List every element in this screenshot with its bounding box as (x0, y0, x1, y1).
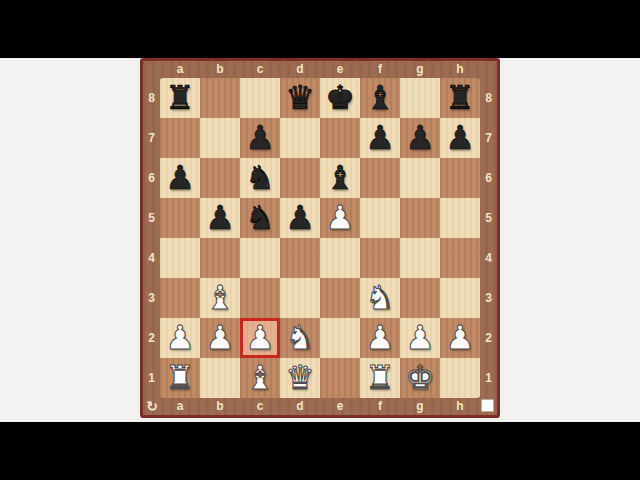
file-label-bottom-e: e (320, 398, 360, 415)
square-h8[interactable]: ♜ (440, 78, 480, 118)
black-bishop-f8[interactable]: ♝ (360, 78, 400, 118)
white-knight-d2[interactable]: ♞ (280, 318, 320, 358)
square-b1[interactable] (200, 358, 240, 398)
square-a8[interactable]: ♜ (160, 78, 200, 118)
square-c5[interactable]: ♞ (240, 198, 280, 238)
file-label-bottom-a: a (160, 398, 200, 415)
square-f7[interactable]: ♟ (360, 118, 400, 158)
white-pawn-f2[interactable]: ♟ (360, 318, 400, 358)
square-f2[interactable]: ♟ (360, 318, 400, 358)
black-pawn-c7[interactable]: ♟ (240, 118, 280, 158)
rank-label-right-3: 3 (480, 278, 497, 318)
white-bishop-b3[interactable]: ♝ (200, 278, 240, 318)
file-label-top-b: b (200, 61, 240, 78)
square-g5[interactable] (400, 198, 440, 238)
square-g1[interactable]: ♚ (400, 358, 440, 398)
board-squares: ♜♛♚♝♜♟♟♟♟♟♞♝♟♞♟♟♝♞♟♟♟♞♟♟♟♜♝♛♜♚ (160, 78, 480, 398)
black-pawn-a6[interactable]: ♟ (160, 158, 200, 198)
square-e1[interactable] (320, 358, 360, 398)
rank-label-left-8: 8 (143, 78, 160, 118)
white-rook-f1[interactable]: ♜ (360, 358, 400, 398)
square-c4[interactable] (240, 238, 280, 278)
square-g6[interactable] (400, 158, 440, 198)
rank-label-right-7: 7 (480, 118, 497, 158)
square-a4[interactable] (160, 238, 200, 278)
square-d5[interactable]: ♟ (280, 198, 320, 238)
black-knight-c5[interactable]: ♞ (240, 198, 280, 238)
black-rook-h8[interactable]: ♜ (440, 78, 480, 118)
square-e2[interactable] (320, 318, 360, 358)
file-label-top-f: f (360, 61, 400, 78)
square-e4[interactable] (320, 238, 360, 278)
square-b6[interactable] (200, 158, 240, 198)
rank-label-left-2: 2 (143, 318, 160, 358)
square-a5[interactable] (160, 198, 200, 238)
white-rook-a1[interactable]: ♜ (160, 358, 200, 398)
square-f8[interactable]: ♝ (360, 78, 400, 118)
square-g3[interactable] (400, 278, 440, 318)
square-e6[interactable]: ♝ (320, 158, 360, 198)
white-king-g1[interactable]: ♚ (400, 358, 440, 398)
file-label-top-e: e (320, 61, 360, 78)
square-f4[interactable] (360, 238, 400, 278)
square-d8[interactable]: ♛ (280, 78, 320, 118)
square-b3[interactable]: ♝ (200, 278, 240, 318)
file-label-bottom-b: b (200, 398, 240, 415)
black-queen-d8[interactable]: ♛ (280, 78, 320, 118)
black-pawn-g7[interactable]: ♟ (400, 118, 440, 158)
flip-board-icon[interactable]: ↻ (144, 398, 160, 415)
square-h1[interactable] (440, 358, 480, 398)
square-a3[interactable] (160, 278, 200, 318)
rank-label-right-2: 2 (480, 318, 497, 358)
square-h3[interactable] (440, 278, 480, 318)
black-pawn-f7[interactable]: ♟ (360, 118, 400, 158)
rank-label-left-7: 7 (143, 118, 160, 158)
white-pawn-a2[interactable]: ♟ (160, 318, 200, 358)
rank-label-right-1: 1 (480, 358, 497, 398)
file-label-bottom-h: h (440, 398, 480, 415)
rank-label-left-1: 1 (143, 358, 160, 398)
rank-labels-left: 87654321 (143, 78, 160, 398)
file-label-bottom-f: f (360, 398, 400, 415)
rank-label-left-6: 6 (143, 158, 160, 198)
square-d2[interactable]: ♞ (280, 318, 320, 358)
square-b4[interactable] (200, 238, 240, 278)
square-h4[interactable] (440, 238, 480, 278)
rank-label-right-4: 4 (480, 238, 497, 278)
square-c8[interactable] (240, 78, 280, 118)
black-bishop-e6[interactable]: ♝ (320, 158, 360, 198)
square-g8[interactable] (400, 78, 440, 118)
square-d3[interactable] (280, 278, 320, 318)
file-label-top-h: h (440, 61, 480, 78)
rank-label-right-6: 6 (480, 158, 497, 198)
square-a6[interactable]: ♟ (160, 158, 200, 198)
square-a1[interactable]: ♜ (160, 358, 200, 398)
file-label-bottom-d: d (280, 398, 320, 415)
white-pawn-c2[interactable]: ♟ (240, 318, 280, 358)
square-h2[interactable]: ♟ (440, 318, 480, 358)
black-pawn-b5[interactable]: ♟ (200, 198, 240, 238)
rank-label-left-4: 4 (143, 238, 160, 278)
square-h5[interactable] (440, 198, 480, 238)
square-e5[interactable]: ♟ (320, 198, 360, 238)
file-label-top-d: d (280, 61, 320, 78)
square-a2[interactable]: ♟ (160, 318, 200, 358)
white-knight-f3[interactable]: ♞ (360, 278, 400, 318)
square-e8[interactable]: ♚ (320, 78, 360, 118)
white-queen-d1[interactable]: ♛ (280, 358, 320, 398)
square-d4[interactable] (280, 238, 320, 278)
square-d1[interactable]: ♛ (280, 358, 320, 398)
white-to-move-indicator (481, 399, 494, 412)
square-d6[interactable] (280, 158, 320, 198)
black-knight-c6[interactable]: ♞ (240, 158, 280, 198)
square-b5[interactable]: ♟ (200, 198, 240, 238)
file-label-bottom-c: c (240, 398, 280, 415)
square-f5[interactable] (360, 198, 400, 238)
black-pawn-d5[interactable]: ♟ (280, 198, 320, 238)
rank-label-right-5: 5 (480, 198, 497, 238)
file-label-top-c: c (240, 61, 280, 78)
rank-labels-right: 87654321 (480, 78, 497, 398)
square-f6[interactable] (360, 158, 400, 198)
white-pawn-b2[interactable]: ♟ (200, 318, 240, 358)
black-king-e8[interactable]: ♚ (320, 78, 360, 118)
square-d7[interactable] (280, 118, 320, 158)
square-e3[interactable] (320, 278, 360, 318)
square-c3[interactable] (240, 278, 280, 318)
square-a7[interactable] (160, 118, 200, 158)
square-g4[interactable] (400, 238, 440, 278)
letterbox-top-bar (0, 0, 640, 58)
white-bishop-c1[interactable]: ♝ (240, 358, 280, 398)
white-pawn-g2[interactable]: ♟ (400, 318, 440, 358)
file-labels-bottom: abcdefgh (160, 398, 480, 415)
square-c6[interactable]: ♞ (240, 158, 280, 198)
white-pawn-h2[interactable]: ♟ (440, 318, 480, 358)
rank-label-left-3: 3 (143, 278, 160, 318)
black-rook-a8[interactable]: ♜ (160, 78, 200, 118)
square-g2[interactable]: ♟ (400, 318, 440, 358)
white-pawn-e5[interactable]: ♟ (320, 198, 360, 238)
file-label-top-a: a (160, 61, 200, 78)
file-label-bottom-g: g (400, 398, 440, 415)
square-b7[interactable] (200, 118, 240, 158)
rank-label-left-5: 5 (143, 198, 160, 238)
square-b2[interactable]: ♟ (200, 318, 240, 358)
letterbox-bottom-bar (0, 422, 640, 480)
square-g7[interactable]: ♟ (400, 118, 440, 158)
square-e7[interactable] (320, 118, 360, 158)
square-f1[interactable]: ♜ (360, 358, 400, 398)
black-pawn-h7[interactable]: ♟ (440, 118, 480, 158)
square-b8[interactable] (200, 78, 240, 118)
file-labels-top: abcdefgh (160, 61, 480, 78)
square-h7[interactable]: ♟ (440, 118, 480, 158)
chess-board: abcdefgh abcdefgh 87654321 87654321 ♜♛♚♝… (140, 58, 500, 418)
square-f3[interactable]: ♞ (360, 278, 400, 318)
file-label-top-g: g (400, 61, 440, 78)
rank-label-right-8: 8 (480, 78, 497, 118)
video-frame: { "game": "chess", "position": { "fen": … (0, 0, 640, 480)
square-h6[interactable] (440, 158, 480, 198)
square-c1[interactable]: ♝ (240, 358, 280, 398)
square-c7[interactable]: ♟ (240, 118, 280, 158)
square-c2[interactable]: ♟ (240, 318, 280, 358)
